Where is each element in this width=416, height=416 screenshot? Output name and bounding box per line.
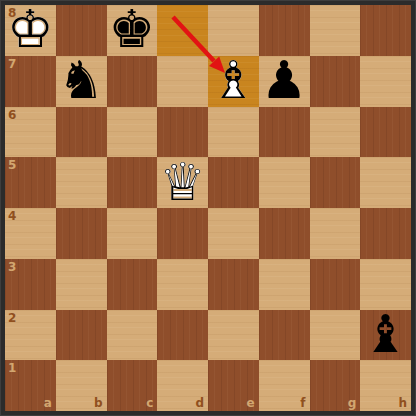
square-e4[interactable] [208,208,259,259]
square-a3[interactable]: 3 [5,259,56,310]
square-f3[interactable] [259,259,310,310]
black-king[interactable]: ♚ [107,5,158,56]
square-g7[interactable] [310,56,361,107]
square-e3[interactable] [208,259,259,310]
square-g5[interactable] [310,157,361,208]
square-f1[interactable]: f [259,360,310,411]
square-h8[interactable] [360,5,411,56]
rank-label-3: 3 [8,261,16,273]
square-g8[interactable] [310,5,361,56]
square-b2[interactable] [56,310,107,361]
square-d3[interactable] [157,259,208,310]
square-d6[interactable] [157,107,208,158]
square-e6[interactable] [208,107,259,158]
black-pawn-glyph: ♟ [261,56,308,106]
black-knight[interactable]: ♞ [56,56,107,107]
chess-board: 8♚♔♚7♞♝♗♟65♛♕432♝1abcdefgh [5,5,411,411]
square-h1[interactable]: h [360,360,411,411]
file-label-c: c [146,397,153,409]
square-g1[interactable]: g [310,360,361,411]
white-king[interactable]: ♚♔ [5,5,56,56]
square-b5[interactable] [56,157,107,208]
rank-label-5: 5 [8,159,16,171]
square-e5[interactable] [208,157,259,208]
square-f5[interactable] [259,157,310,208]
file-label-a: a [44,397,52,409]
white-queen-outline: ♕ [159,157,206,207]
white-bishop-outline: ♗ [210,56,257,106]
square-b4[interactable] [56,208,107,259]
square-g2[interactable] [310,310,361,361]
square-g3[interactable] [310,259,361,310]
square-c1[interactable]: c [107,360,158,411]
white-king-outline: ♔ [7,5,54,55]
square-c8[interactable]: ♚ [107,5,158,56]
white-bishop[interactable]: ♝♗ [208,56,259,107]
rank-label-1: 1 [8,362,16,374]
square-h4[interactable] [360,208,411,259]
square-c7[interactable] [107,56,158,107]
square-b1[interactable]: b [56,360,107,411]
square-f7[interactable]: ♟ [259,56,310,107]
square-e2[interactable] [208,310,259,361]
square-h7[interactable] [360,56,411,107]
square-d5[interactable]: ♛♕ [157,157,208,208]
square-e8[interactable] [208,5,259,56]
square-c4[interactable] [107,208,158,259]
rank-label-6: 6 [8,109,16,121]
square-a7[interactable]: 7 [5,56,56,107]
square-c2[interactable] [107,310,158,361]
square-a2[interactable]: 2 [5,310,56,361]
square-e7[interactable]: ♝♗ [208,56,259,107]
square-c6[interactable] [107,107,158,158]
square-e1[interactable]: e [208,360,259,411]
square-a8[interactable]: 8♚♔ [5,5,56,56]
square-f4[interactable] [259,208,310,259]
square-f2[interactable] [259,310,310,361]
square-d1[interactable]: d [157,360,208,411]
square-a5[interactable]: 5 [5,157,56,208]
black-knight-glyph: ♞ [58,56,105,106]
black-king-glyph: ♚ [109,5,156,55]
square-b3[interactable] [56,259,107,310]
square-d8[interactable] [157,5,208,56]
file-label-h: h [398,397,407,409]
rank-label-7: 7 [8,58,16,70]
chess-board-frame: 8♚♔♚7♞♝♗♟65♛♕432♝1abcdefgh [0,0,416,416]
square-d4[interactable] [157,208,208,259]
square-h3[interactable] [360,259,411,310]
square-c3[interactable] [107,259,158,310]
square-c5[interactable] [107,157,158,208]
file-label-e: e [247,397,255,409]
square-f8[interactable] [259,5,310,56]
square-f6[interactable] [259,107,310,158]
rank-label-4: 4 [8,210,16,222]
square-a4[interactable]: 4 [5,208,56,259]
square-g4[interactable] [310,208,361,259]
black-bishop[interactable]: ♝ [360,310,411,361]
square-a6[interactable]: 6 [5,107,56,158]
file-label-g: g [348,397,357,409]
file-label-d: d [195,397,204,409]
square-h6[interactable] [360,107,411,158]
square-b6[interactable] [56,107,107,158]
square-d7[interactable] [157,56,208,107]
black-pawn[interactable]: ♟ [259,56,310,107]
file-label-b: b [94,397,103,409]
square-b7[interactable]: ♞ [56,56,107,107]
square-h2[interactable]: ♝ [360,310,411,361]
file-label-f: f [300,397,305,409]
white-queen[interactable]: ♛♕ [157,157,208,208]
square-b8[interactable] [56,5,107,56]
black-bishop-glyph: ♝ [362,310,409,360]
rank-label-2: 2 [8,312,16,324]
square-h5[interactable] [360,157,411,208]
square-a1[interactable]: 1a [5,360,56,411]
square-d2[interactable] [157,310,208,361]
square-g6[interactable] [310,107,361,158]
